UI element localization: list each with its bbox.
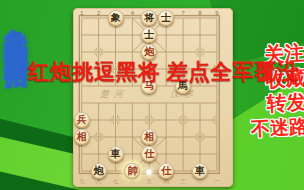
piece-red-仕[interactable]: 仕: [141, 146, 157, 162]
piece-red-相[interactable]: 相: [74, 129, 90, 145]
file-label-bottom-7: 三: [180, 178, 186, 184]
piece-glyph: 仕: [158, 163, 174, 179]
caption-overlay: 红炮挑逗黑将 差点全军覆没: [28, 57, 298, 86]
file-label-bottom-5: 五: [147, 178, 153, 184]
piece-glyph: 車: [108, 146, 124, 162]
piece-black-車[interactable]: 車: [192, 163, 208, 179]
file-label-top-8: 8: [198, 10, 201, 16]
piece-glyph: 炮: [91, 163, 107, 179]
piece-glyph: 兵: [74, 112, 90, 128]
file-label-top-7: 7: [181, 10, 184, 16]
piece-glyph: 相: [74, 129, 90, 145]
piece-red-相[interactable]: 相: [141, 129, 157, 145]
left-vertical-title: 象棋破解妙招: [4, 12, 28, 54]
file-label-bottom-1: 九: [79, 178, 85, 184]
video-thumbnail-stage: 楚河 汉界 123456789九八七六五四三二一象将士士炮马馬兵相相車仕炮帥仕車…: [0, 0, 304, 190]
file-label-top-9: 9: [215, 10, 218, 16]
piece-glyph: 象: [108, 10, 124, 26]
file-label-top-1: 1: [80, 10, 83, 16]
cta-dont-get-lost: 不迷路: [250, 114, 304, 141]
piece-red-仕[interactable]: 仕: [158, 163, 174, 179]
piece-black-車[interactable]: 車: [108, 146, 124, 162]
file-label-top-4: 4: [131, 10, 134, 16]
piece-glyph: 士: [158, 10, 174, 26]
piece-glyph: 相: [141, 129, 157, 145]
piece-black-士[interactable]: 士: [141, 27, 157, 43]
file-label-bottom-3: 七: [113, 178, 119, 184]
piece-glyph: 士: [141, 27, 157, 43]
piece-glyph: 帥: [124, 163, 140, 179]
xiangqi-board[interactable]: 楚河 汉界 123456789九八七六五四三二一象将士士炮马馬兵相相車仕炮帥仕車: [73, 8, 233, 187]
piece-black-将[interactable]: 将: [141, 10, 157, 26]
piece-black-炮[interactable]: 炮: [91, 163, 107, 179]
right-call-to-action: 关注 收藏 转发 不迷路: [246, 41, 304, 142]
piece-black-象[interactable]: 象: [108, 10, 124, 26]
piece-glyph: 車: [192, 163, 208, 179]
piece-red-帥[interactable]: 帥: [124, 163, 140, 179]
piece-red-兵[interactable]: 兵: [74, 112, 90, 128]
file-label-top-2: 2: [97, 10, 100, 16]
river-text-chu-he: 楚河: [100, 89, 128, 99]
file-label-bottom-9: 一: [214, 178, 220, 184]
last-move-origin-marker: [147, 170, 152, 175]
cta-share: 转发: [249, 90, 304, 117]
piece-glyph: 仕: [141, 146, 157, 162]
piece-black-士[interactable]: 士: [158, 10, 174, 26]
piece-glyph: 将: [141, 10, 157, 26]
